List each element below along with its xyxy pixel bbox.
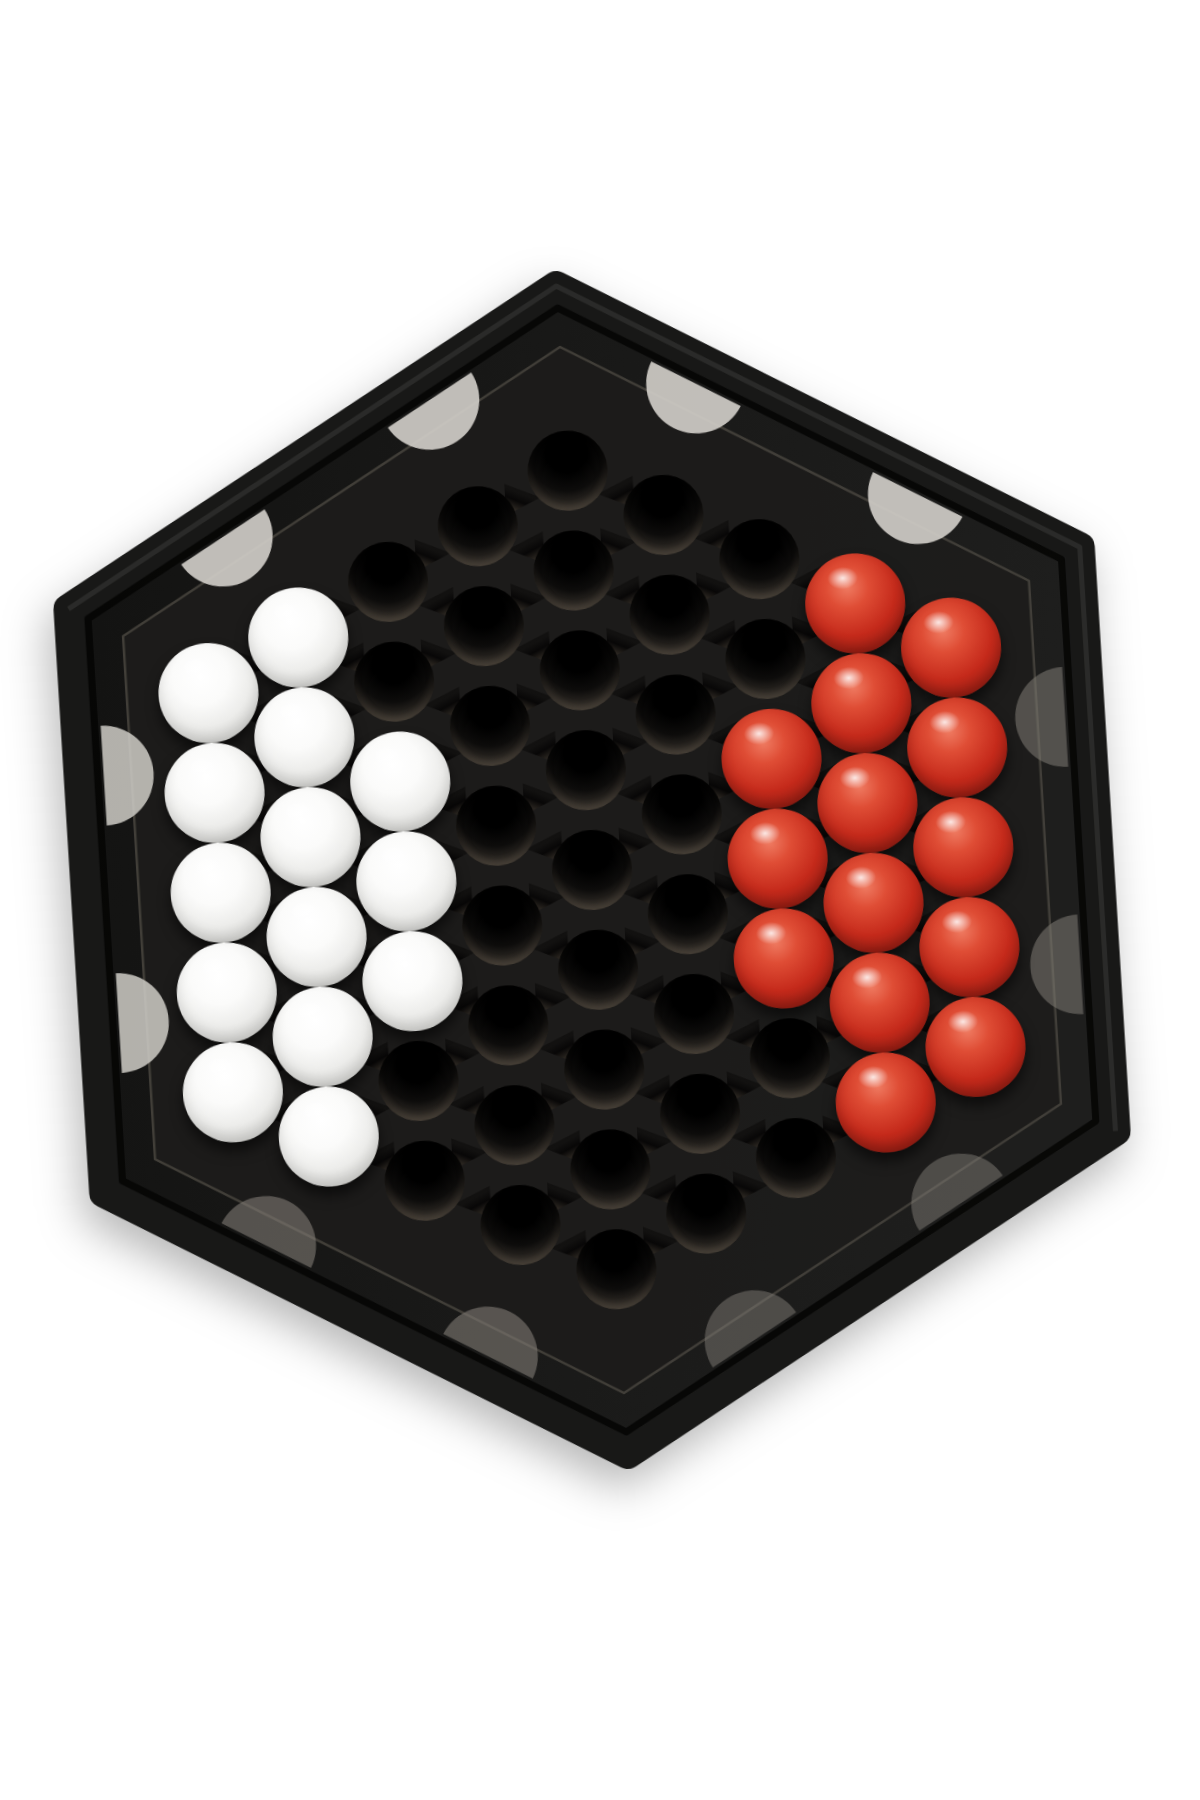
- hole[interactable]: [544, 728, 629, 813]
- hole[interactable]: [435, 484, 520, 569]
- hole-grid: [147, 395, 1037, 1344]
- white-marble[interactable]: [258, 784, 364, 890]
- white-marble[interactable]: [174, 940, 280, 1046]
- hole[interactable]: [537, 628, 622, 713]
- hole[interactable]: [556, 927, 641, 1012]
- hole[interactable]: [442, 584, 527, 669]
- red-marble[interactable]: [725, 806, 831, 912]
- hole[interactable]: [346, 540, 431, 625]
- hole[interactable]: [633, 672, 718, 757]
- hole[interactable]: [568, 1127, 653, 1212]
- white-marble[interactable]: [276, 1084, 382, 1190]
- hole[interactable]: [466, 983, 551, 1068]
- hole[interactable]: [460, 883, 545, 968]
- hole[interactable]: [531, 528, 616, 613]
- red-marble[interactable]: [719, 706, 825, 812]
- hole[interactable]: [478, 1183, 563, 1268]
- hole[interactable]: [562, 1027, 647, 1112]
- hole[interactable]: [472, 1083, 557, 1168]
- red-marble[interactable]: [833, 1050, 939, 1156]
- hole[interactable]: [448, 684, 533, 769]
- hole[interactable]: [627, 572, 712, 657]
- hole[interactable]: [754, 1116, 839, 1201]
- white-marble[interactable]: [245, 585, 351, 691]
- white-marble[interactable]: [347, 729, 453, 835]
- hole[interactable]: [723, 617, 808, 702]
- hole[interactable]: [664, 1171, 749, 1256]
- hole[interactable]: [717, 517, 802, 602]
- hole[interactable]: [550, 828, 635, 913]
- white-marble[interactable]: [353, 828, 459, 934]
- hole[interactable]: [747, 1016, 832, 1101]
- hole[interactable]: [621, 473, 706, 558]
- white-marble[interactable]: [251, 684, 357, 790]
- hole[interactable]: [652, 972, 737, 1057]
- hole[interactable]: [639, 772, 724, 857]
- red-marble[interactable]: [910, 794, 1016, 900]
- red-marble[interactable]: [808, 650, 914, 756]
- red-marble[interactable]: [904, 695, 1010, 801]
- product-photo-scene: [0, 0, 1200, 1800]
- white-marble[interactable]: [168, 840, 274, 946]
- abalone-board: [26, 229, 1159, 1511]
- hole[interactable]: [658, 1071, 743, 1156]
- white-marble[interactable]: [264, 884, 370, 990]
- red-marble[interactable]: [898, 595, 1004, 701]
- white-marble[interactable]: [359, 928, 465, 1034]
- hole[interactable]: [382, 1138, 467, 1223]
- hole[interactable]: [646, 872, 731, 957]
- white-marble[interactable]: [180, 1039, 286, 1145]
- hole[interactable]: [454, 783, 539, 868]
- hole[interactable]: [352, 639, 437, 724]
- white-marble[interactable]: [162, 740, 268, 846]
- hole[interactable]: [574, 1227, 659, 1312]
- red-marble[interactable]: [827, 950, 933, 1056]
- white-marble[interactable]: [156, 640, 262, 746]
- red-marble[interactable]: [821, 850, 927, 956]
- hole[interactable]: [376, 1039, 461, 1124]
- red-marble[interactable]: [916, 894, 1022, 1000]
- red-marble[interactable]: [802, 550, 908, 656]
- hole[interactable]: [525, 428, 610, 513]
- white-marble[interactable]: [270, 984, 376, 1090]
- red-marble[interactable]: [923, 994, 1029, 1100]
- red-marble[interactable]: [814, 750, 920, 856]
- red-marble[interactable]: [731, 905, 837, 1011]
